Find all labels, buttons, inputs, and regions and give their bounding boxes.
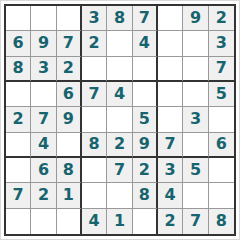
cell-r9c9[interactable]: 8 (209, 209, 234, 234)
cell-r2c8[interactable] (183, 31, 208, 56)
cell-r7c4[interactable] (82, 158, 107, 183)
cell-r6c3[interactable] (57, 133, 82, 158)
cell-r3c9[interactable]: 7 (209, 57, 234, 82)
cell-r5c6[interactable]: 5 (133, 107, 158, 132)
cell-r5c2[interactable]: 7 (31, 107, 56, 132)
cell-r9c7[interactable]: 2 (158, 209, 183, 234)
cell-r4c8[interactable] (183, 82, 208, 107)
sudoku-board: 3879269724383276745279534829766872357218… (4, 4, 236, 236)
cell-r7c2[interactable]: 6 (31, 158, 56, 183)
cell-r7c5[interactable]: 7 (107, 158, 132, 183)
cell-r6c7[interactable]: 7 (158, 133, 183, 158)
cell-r7c9[interactable] (209, 158, 234, 183)
cell-r1c3[interactable] (57, 6, 82, 31)
cell-r5c7[interactable] (158, 107, 183, 132)
cell-r9c8[interactable]: 7 (183, 209, 208, 234)
cell-r3c7[interactable] (158, 57, 183, 82)
cell-r9c5[interactable]: 1 (107, 209, 132, 234)
cell-r2c9[interactable]: 3 (209, 31, 234, 56)
cell-r5c4[interactable] (82, 107, 107, 132)
cell-r8c8[interactable] (183, 183, 208, 208)
cell-r9c2[interactable] (31, 209, 56, 234)
cell-r2c2[interactable]: 9 (31, 31, 56, 56)
cell-r2c1[interactable]: 6 (6, 31, 31, 56)
cell-r1c1[interactable] (6, 6, 31, 31)
cell-r1c9[interactable]: 2 (209, 6, 234, 31)
cell-r9c3[interactable] (57, 209, 82, 234)
cell-r1c2[interactable] (31, 6, 56, 31)
cell-r6c5[interactable]: 2 (107, 133, 132, 158)
cell-r4c5[interactable]: 4 (107, 82, 132, 107)
cell-r6c8[interactable] (183, 133, 208, 158)
cell-r5c1[interactable]: 2 (6, 107, 31, 132)
cell-r5c3[interactable]: 9 (57, 107, 82, 132)
cell-r2c4[interactable]: 2 (82, 31, 107, 56)
cell-r7c6[interactable]: 2 (133, 158, 158, 183)
cell-r1c4[interactable]: 3 (82, 6, 107, 31)
cell-r8c6[interactable]: 8 (133, 183, 158, 208)
cell-r6c9[interactable]: 6 (209, 133, 234, 158)
cell-r3c1[interactable]: 8 (6, 57, 31, 82)
cell-r1c8[interactable]: 9 (183, 6, 208, 31)
cell-r2c6[interactable]: 4 (133, 31, 158, 56)
cell-r5c8[interactable]: 3 (183, 107, 208, 132)
cell-r5c9[interactable] (209, 107, 234, 132)
cell-r4c3[interactable]: 6 (57, 82, 82, 107)
cell-r4c7[interactable] (158, 82, 183, 107)
cell-r3c6[interactable] (133, 57, 158, 82)
cell-r9c1[interactable] (6, 209, 31, 234)
cell-r9c4[interactable]: 4 (82, 209, 107, 234)
cell-r8c4[interactable] (82, 183, 107, 208)
cell-r3c5[interactable] (107, 57, 132, 82)
cell-r6c1[interactable] (6, 133, 31, 158)
cell-r8c1[interactable]: 7 (6, 183, 31, 208)
cell-r3c4[interactable] (82, 57, 107, 82)
cell-r1c6[interactable]: 7 (133, 6, 158, 31)
cell-r1c7[interactable] (158, 6, 183, 31)
cell-r5c5[interactable] (107, 107, 132, 132)
cell-r6c2[interactable]: 4 (31, 133, 56, 158)
cell-r8c7[interactable]: 4 (158, 183, 183, 208)
cell-r2c3[interactable]: 7 (57, 31, 82, 56)
cell-r3c3[interactable]: 2 (57, 57, 82, 82)
sudoku-screenshot: 3879269724383276745279534829766872357218… (0, 0, 240, 240)
cell-r3c2[interactable]: 3 (31, 57, 56, 82)
cell-r7c8[interactable]: 5 (183, 158, 208, 183)
cell-r4c6[interactable] (133, 82, 158, 107)
cell-r8c9[interactable] (209, 183, 234, 208)
cell-r7c3[interactable]: 8 (57, 158, 82, 183)
cell-r4c4[interactable]: 7 (82, 82, 107, 107)
cell-r4c2[interactable] (31, 82, 56, 107)
cell-r9c6[interactable] (133, 209, 158, 234)
cell-r8c5[interactable] (107, 183, 132, 208)
cell-r7c1[interactable] (6, 158, 31, 183)
cell-r7c7[interactable]: 3 (158, 158, 183, 183)
cell-r4c9[interactable]: 5 (209, 82, 234, 107)
cell-r2c7[interactable] (158, 31, 183, 56)
cell-r6c6[interactable]: 9 (133, 133, 158, 158)
cell-r8c3[interactable]: 1 (57, 183, 82, 208)
cell-r3c8[interactable] (183, 57, 208, 82)
cell-r6c4[interactable]: 8 (82, 133, 107, 158)
cell-r4c1[interactable] (6, 82, 31, 107)
cell-r8c2[interactable]: 2 (31, 183, 56, 208)
cell-r1c5[interactable]: 8 (107, 6, 132, 31)
cell-r2c5[interactable] (107, 31, 132, 56)
